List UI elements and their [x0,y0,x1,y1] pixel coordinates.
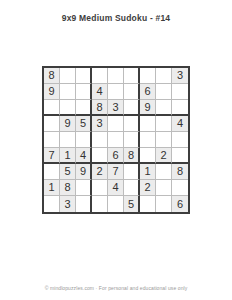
sudoku-cell-empty-r1c8[interactable] [156,68,172,84]
sudoku-cell-empty-r5c6[interactable] [124,132,140,148]
sudoku-cell-given-r7c5: 7 [108,164,124,180]
sudoku-cell-empty-r3c3[interactable] [76,100,92,116]
sudoku-cell-given-r6c8: 2 [156,148,172,164]
sudoku-cell-given-r4c9: 4 [172,116,188,132]
sudoku-cell-given-r1c9: 3 [172,68,188,84]
sudoku-cell-empty-r6c9[interactable] [172,148,188,164]
sudoku-cell-empty-r7c1[interactable] [44,164,60,180]
sudoku-cell-given-r3c7: 9 [140,100,156,116]
sudoku-cell-given-r6c1: 7 [44,148,60,164]
sudoku-cell-empty-r2c3[interactable] [76,84,92,100]
sudoku-cell-given-r6c5: 6 [108,148,124,164]
sudoku-cell-empty-r4c5[interactable] [108,116,124,132]
sudoku-cell-empty-r2c5[interactable] [108,84,124,100]
sudoku-cell-empty-r3c2[interactable] [60,100,76,116]
sudoku-cell-empty-r8c6[interactable] [124,180,140,196]
sudoku-cell-given-r2c1: 9 [44,84,60,100]
sudoku-cell-given-r4c2: 9 [60,116,76,132]
sudoku-cell-given-r2c4: 4 [92,84,108,100]
sudoku-cell-empty-r8c9[interactable] [172,180,188,196]
sudoku-cell-empty-r4c1[interactable] [44,116,60,132]
sudoku-cell-empty-r3c9[interactable] [172,100,188,116]
sudoku-cell-empty-r9c1[interactable] [44,196,60,212]
sudoku-cell-empty-r3c6[interactable] [124,100,140,116]
sudoku-cell-given-r7c7: 1 [140,164,156,180]
sudoku-cell-given-r9c6: 5 [124,196,140,212]
sudoku-cell-given-r7c2: 5 [60,164,76,180]
sudoku-cell-given-r9c2: 3 [60,196,76,212]
page-title: 9x9 Medium Sudoku - #14 [0,13,232,23]
sudoku-cell-empty-r5c9[interactable] [172,132,188,148]
sudoku-cell-given-r8c1: 1 [44,180,60,196]
sudoku-cell-empty-r3c1[interactable] [44,100,60,116]
sudoku-cell-given-r2c7: 6 [140,84,156,100]
sudoku-cell-given-r6c3: 4 [76,148,92,164]
sudoku-cell-empty-r7c8[interactable] [156,164,172,180]
sudoku-cell-empty-r9c4[interactable] [92,196,108,212]
sudoku-cell-empty-r6c7[interactable] [140,148,156,164]
sudoku-cell-empty-r5c3[interactable] [76,132,92,148]
sudoku-cell-empty-r5c2[interactable] [60,132,76,148]
sudoku-cell-given-r8c7: 2 [140,180,156,196]
sudoku-cell-empty-r7c6[interactable] [124,164,140,180]
sudoku-cell-given-r8c2: 8 [60,180,76,196]
sudoku-cell-empty-r1c4[interactable] [92,68,108,84]
sudoku-cell-given-r7c9: 8 [172,164,188,180]
sudoku-cell-empty-r5c7[interactable] [140,132,156,148]
sudoku-cell-given-r7c4: 2 [92,164,108,180]
sudoku-cell-empty-r8c4[interactable] [92,180,108,196]
sudoku-cell-empty-r5c8[interactable] [156,132,172,148]
sudoku-cell-empty-r8c8[interactable] [156,180,172,196]
sudoku-cell-empty-r1c2[interactable] [60,68,76,84]
sudoku-cell-empty-r1c6[interactable] [124,68,140,84]
sudoku-cell-given-r6c6: 8 [124,148,140,164]
sudoku-cell-given-r1c1: 8 [44,68,60,84]
sudoku-cell-empty-r9c8[interactable] [156,196,172,212]
sudoku-cell-empty-r4c7[interactable] [140,116,156,132]
sudoku-cell-given-r6c2: 1 [60,148,76,164]
sudoku-cell-given-r9c9: 6 [172,196,188,212]
sudoku-cell-empty-r2c9[interactable] [172,84,188,100]
sudoku-cell-given-r3c5: 3 [108,100,124,116]
sudoku-cell-given-r3c4: 8 [92,100,108,116]
footer-copyright: © mindlopuzzles.com · For personal and e… [0,285,232,291]
sudoku-cell-empty-r8c3[interactable] [76,180,92,196]
sudoku-cell-empty-r1c3[interactable] [76,68,92,84]
sudoku-cell-empty-r2c2[interactable] [60,84,76,100]
sudoku-cell-given-r4c3: 5 [76,116,92,132]
sudoku-cell-empty-r2c8[interactable] [156,84,172,100]
sudoku-cell-empty-r3c8[interactable] [156,100,172,116]
sudoku-cell-empty-r4c8[interactable] [156,116,172,132]
sudoku-cell-empty-r6c4[interactable] [92,148,108,164]
sudoku-cell-given-r7c3: 9 [76,164,92,180]
sudoku-page: 9x9 Medium Sudoku - #14 8394683995347146… [0,0,232,300]
sudoku-board: 8394683995347146825927181842356 [42,66,190,214]
sudoku-cell-given-r8c5: 4 [108,180,124,196]
sudoku-cell-empty-r9c3[interactable] [76,196,92,212]
sudoku-cell-empty-r5c4[interactable] [92,132,108,148]
sudoku-cell-empty-r5c5[interactable] [108,132,124,148]
sudoku-cell-empty-r4c6[interactable] [124,116,140,132]
sudoku-cell-empty-r5c1[interactable] [44,132,60,148]
sudoku-cell-given-r4c4: 3 [92,116,108,132]
sudoku-cell-empty-r1c7[interactable] [140,68,156,84]
sudoku-cell-empty-r1c5[interactable] [108,68,124,84]
sudoku-cell-empty-r2c6[interactable] [124,84,140,100]
sudoku-cell-empty-r9c5[interactable] [108,196,124,212]
sudoku-cell-empty-r9c7[interactable] [140,196,156,212]
